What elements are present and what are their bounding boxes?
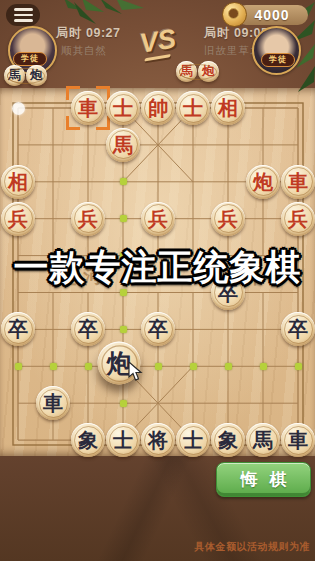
piece-red-馬[interactable]: 馬 xyxy=(106,128,140,162)
legal-move-dot[interactable] xyxy=(120,400,127,407)
piece-red-相[interactable]: 相 xyxy=(211,91,245,125)
piece-red-帥[interactable]: 帥 xyxy=(141,91,175,125)
piece-red-兵[interactable]: 兵 xyxy=(211,202,245,236)
game-screen: 4000 学徒 局时 09:27 顺其自然 VS 局时 09:05 旧故里草木深… xyxy=(0,0,315,561)
piece-red-車[interactable]: 車 xyxy=(281,165,315,199)
ad-tagline: 一款专注正统象棋 xyxy=(0,244,315,291)
top-bar: 4000 学徒 局时 09:27 顺其自然 VS 局时 09:05 旧故里草木深… xyxy=(0,0,315,88)
left-captured-pieces-tray: 馬炮 xyxy=(4,65,47,86)
piece-red-兵[interactable]: 兵 xyxy=(71,202,105,236)
legal-move-dot[interactable] xyxy=(120,215,127,222)
legal-move-dot[interactable] xyxy=(50,363,57,370)
piece-black-馬[interactable]: 馬 xyxy=(246,423,280,457)
bamboo-leaves-left-icon xyxy=(52,0,144,32)
right-captured-pieces-tray: 馬炮 xyxy=(176,61,219,82)
piece-black-士[interactable]: 士 xyxy=(106,423,140,457)
piece-red-車[interactable]: 車 xyxy=(71,91,105,125)
legal-move-dot[interactable] xyxy=(260,363,267,370)
captured-piece-red-炮: 炮 xyxy=(198,61,219,82)
piece-red-炮[interactable]: 炮 xyxy=(246,165,280,199)
piece-black-象[interactable]: 象 xyxy=(211,423,245,457)
legal-move-dot[interactable] xyxy=(15,363,22,370)
menu-button[interactable] xyxy=(6,4,40,26)
piece-red-士[interactable]: 士 xyxy=(106,91,140,125)
legal-move-dot[interactable] xyxy=(85,363,92,370)
left-player-name: 顺其自然 xyxy=(61,44,107,58)
piece-red-相[interactable]: 相 xyxy=(1,165,35,199)
legal-move-dot[interactable] xyxy=(295,363,302,370)
legal-move-dot[interactable] xyxy=(225,363,232,370)
piece-black-士[interactable]: 士 xyxy=(176,423,210,457)
piece-black-象[interactable]: 象 xyxy=(71,423,105,457)
promo-disclaimer: 具体金额以活动规则为准 xyxy=(195,540,311,554)
vs-icon: VS xyxy=(138,23,178,59)
piece-red-兵[interactable]: 兵 xyxy=(141,202,175,236)
undo-button-label: 悔棋 xyxy=(241,468,299,491)
legal-move-dot[interactable] xyxy=(155,363,162,370)
piece-red-士[interactable]: 士 xyxy=(176,91,210,125)
legal-move-dot[interactable] xyxy=(120,178,127,185)
piece-red-兵[interactable]: 兵 xyxy=(281,202,315,236)
undo-move-button[interactable]: 悔棋 xyxy=(216,462,311,497)
coin-icon xyxy=(222,2,247,27)
captured-piece-black-炮: 炮 xyxy=(26,65,47,86)
legal-move-dot[interactable] xyxy=(190,363,197,370)
coin-amount: 4000 xyxy=(254,7,289,23)
right-player-avatar[interactable] xyxy=(252,26,301,75)
mouse-cursor-icon xyxy=(128,362,144,381)
piece-black-車[interactable]: 車 xyxy=(36,386,70,420)
legal-move-dot[interactable] xyxy=(120,326,127,333)
left-player-rank-badge: 学徒 xyxy=(13,52,47,66)
last-move-from-marker xyxy=(12,102,25,115)
right-player-rank-badge: 学徒 xyxy=(261,53,295,67)
piece-red-兵[interactable]: 兵 xyxy=(1,202,35,236)
piece-black-将[interactable]: 将 xyxy=(141,423,175,457)
piece-black-車[interactable]: 車 xyxy=(281,423,315,457)
